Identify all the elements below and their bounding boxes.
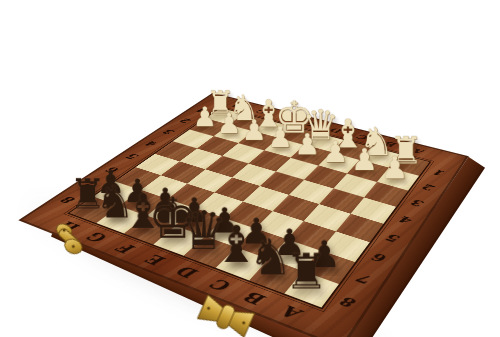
- coord-glyph: 8: [339, 294, 360, 311]
- square-a2: ♟: [377, 168, 419, 191]
- coord-glyph: 6: [371, 251, 390, 265]
- coord-glyph: 5: [124, 152, 142, 161]
- piece-white-pawn-a2: ♟: [381, 152, 409, 183]
- square-a5: [336, 214, 383, 243]
- coord-glyph: 4: [143, 140, 160, 149]
- coord-glyph: 1: [432, 168, 447, 178]
- piece-white-pawn-d2: ♟: [294, 130, 320, 159]
- product-photo-scene: HGFEDCBA HGFEDCBA 12345678 12345678 ♜♞♝♚…: [0, 0, 500, 337]
- coord-glyph: 3: [161, 128, 177, 136]
- coord-glyph: E: [143, 252, 170, 270]
- piece-white-pawn-c2: ♟: [322, 137, 349, 167]
- coord-glyph: A: [279, 302, 307, 324]
- piece-white-pawn-g2: ♟: [217, 110, 242, 138]
- piece-white-pawn-f2: ♟: [241, 116, 266, 144]
- coord-glyph: F: [114, 240, 140, 257]
- coord-glyph: D: [174, 263, 203, 282]
- piece-black-rook-a8: ♜: [284, 246, 328, 295]
- piece-white-pawn-b2: ♟: [351, 145, 378, 175]
- coord-glyph: 3: [410, 198, 426, 209]
- coord-glyph: 4: [398, 214, 415, 226]
- coord-glyph: 5: [385, 232, 403, 245]
- coord-glyph: 7: [355, 271, 375, 287]
- piece-white-pawn-e2: ♟: [267, 123, 293, 152]
- coord-glyph: 2: [422, 182, 438, 193]
